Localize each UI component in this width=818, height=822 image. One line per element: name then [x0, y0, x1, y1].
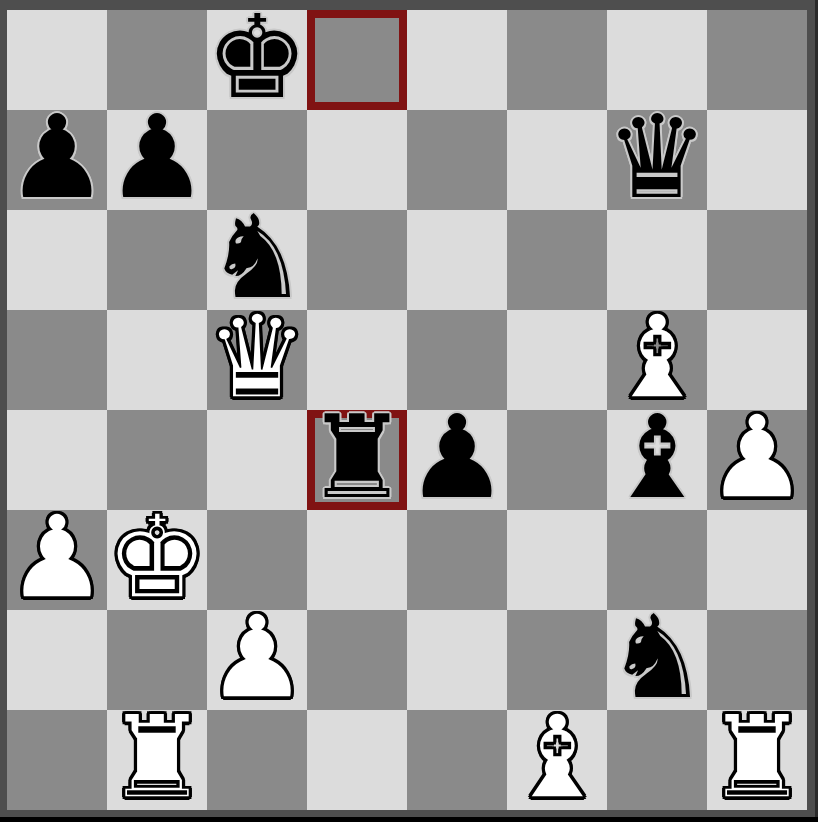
- square-b5[interactable]: [107, 310, 207, 410]
- square-g2[interactable]: ♞: [607, 610, 707, 710]
- square-a6[interactable]: [7, 210, 107, 310]
- square-d4[interactable]: ♜: [307, 410, 407, 510]
- square-d3[interactable]: [307, 510, 407, 610]
- piece-black-king[interactable]: ♚: [205, 0, 308, 115]
- chess-app-window: ♚♟♟♛♞♛♝♜♟♝♟♟♚♟♞♜♝♜: [0, 0, 818, 822]
- square-e4[interactable]: ♟: [407, 410, 507, 510]
- square-c4[interactable]: [207, 410, 307, 510]
- square-f5[interactable]: [507, 310, 607, 410]
- square-f7[interactable]: [507, 110, 607, 210]
- square-b3[interactable]: ♚: [107, 510, 207, 610]
- square-a7[interactable]: ♟: [7, 110, 107, 210]
- square-f3[interactable]: [507, 510, 607, 610]
- square-f4[interactable]: [507, 410, 607, 510]
- piece-black-rook[interactable]: ♜: [305, 400, 408, 515]
- piece-white-bishop[interactable]: ♝: [505, 700, 608, 815]
- square-f6[interactable]: [507, 210, 607, 310]
- square-h6[interactable]: [707, 210, 807, 310]
- piece-white-rook[interactable]: ♜: [705, 700, 808, 815]
- square-a5[interactable]: [7, 310, 107, 410]
- piece-black-pawn[interactable]: ♟: [405, 400, 508, 515]
- square-e8[interactable]: [407, 10, 507, 110]
- square-f1[interactable]: ♝: [507, 710, 607, 810]
- square-a2[interactable]: [7, 610, 107, 710]
- piece-black-queen[interactable]: ♛: [605, 100, 708, 215]
- piece-black-bishop[interactable]: ♝: [605, 400, 708, 515]
- piece-white-rook[interactable]: ♜: [105, 700, 208, 815]
- piece-white-pawn[interactable]: ♟: [705, 400, 808, 515]
- piece-white-pawn[interactable]: ♟: [5, 500, 108, 615]
- square-c1[interactable]: [207, 710, 307, 810]
- square-g1[interactable]: [607, 710, 707, 810]
- piece-white-king[interactable]: ♚: [105, 500, 208, 615]
- square-h3[interactable]: [707, 510, 807, 610]
- square-e7[interactable]: [407, 110, 507, 210]
- board: ♚♟♟♛♞♛♝♜♟♝♟♟♚♟♞♜♝♜: [7, 10, 807, 810]
- square-c2[interactable]: ♟: [207, 610, 307, 710]
- piece-white-pawn[interactable]: ♟: [205, 600, 308, 715]
- square-e3[interactable]: [407, 510, 507, 610]
- square-e6[interactable]: [407, 210, 507, 310]
- piece-black-pawn[interactable]: ♟: [5, 100, 108, 215]
- square-c8[interactable]: ♚: [207, 10, 307, 110]
- square-h1[interactable]: ♜: [707, 710, 807, 810]
- square-b7[interactable]: ♟: [107, 110, 207, 210]
- square-h8[interactable]: [707, 10, 807, 110]
- square-c5[interactable]: ♛: [207, 310, 307, 410]
- piece-black-pawn[interactable]: ♟: [105, 100, 208, 215]
- square-b1[interactable]: ♜: [107, 710, 207, 810]
- square-h7[interactable]: [707, 110, 807, 210]
- piece-white-queen[interactable]: ♛: [205, 300, 308, 415]
- square-e1[interactable]: [407, 710, 507, 810]
- square-g7[interactable]: ♛: [607, 110, 707, 210]
- square-f8[interactable]: [507, 10, 607, 110]
- square-d8[interactable]: [307, 10, 407, 110]
- square-e2[interactable]: [407, 610, 507, 710]
- square-d2[interactable]: [307, 610, 407, 710]
- square-g4[interactable]: ♝: [607, 410, 707, 510]
- square-h4[interactable]: ♟: [707, 410, 807, 510]
- piece-black-knight[interactable]: ♞: [605, 600, 708, 715]
- square-a1[interactable]: [7, 710, 107, 810]
- square-d7[interactable]: [307, 110, 407, 210]
- square-a3[interactable]: ♟: [7, 510, 107, 610]
- square-b6[interactable]: [107, 210, 207, 310]
- frame-bottom-edge: [0, 817, 818, 822]
- square-d1[interactable]: [307, 710, 407, 810]
- square-d6[interactable]: [307, 210, 407, 310]
